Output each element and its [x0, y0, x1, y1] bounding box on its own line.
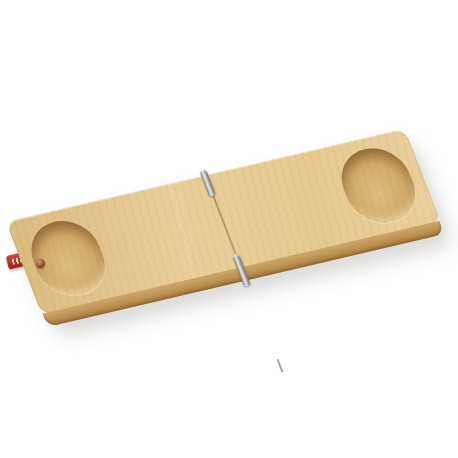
store-right[interactable]	[331, 142, 425, 230]
store-left[interactable]	[21, 214, 115, 302]
fold-seam-front	[277, 359, 284, 372]
photo-canvas	[0, 0, 458, 458]
latch-bead	[36, 259, 45, 268]
hinge-barrel-far-icon	[199, 169, 216, 197]
